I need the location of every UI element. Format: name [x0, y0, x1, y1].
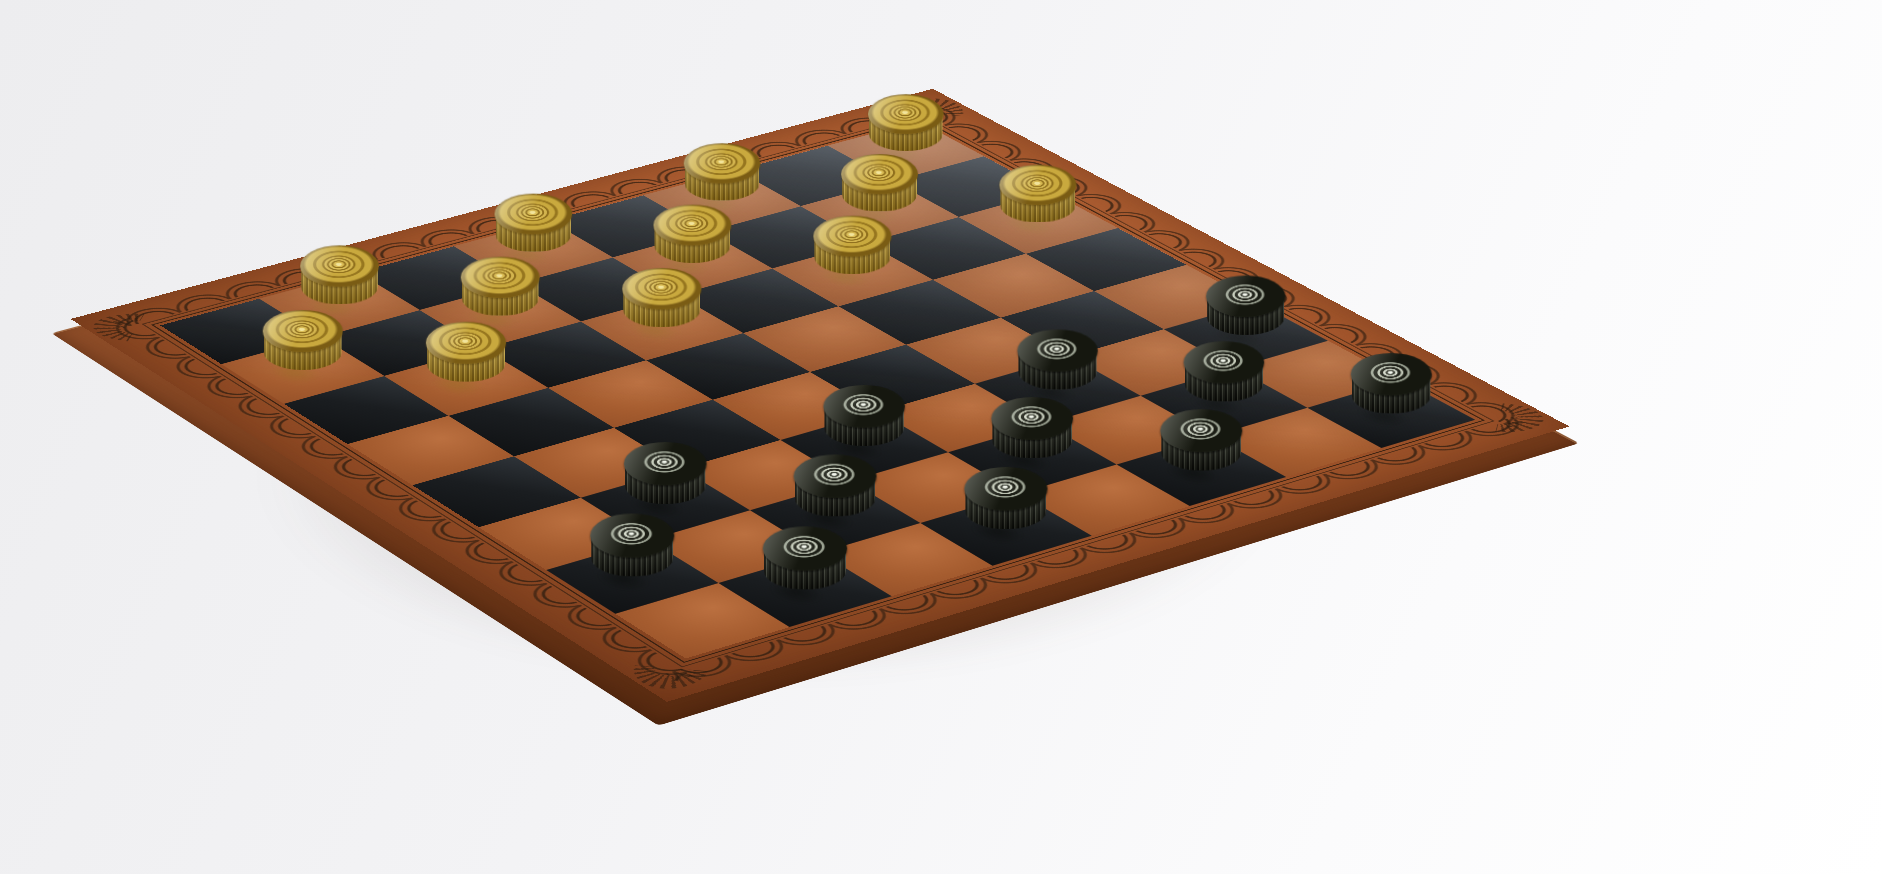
checker-top-rings	[624, 442, 707, 485]
checker-top-rings	[300, 245, 379, 286]
gold-checker[interactable]	[622, 268, 701, 327]
checker-top-rings	[763, 526, 847, 570]
dark-checker[interactable]	[1206, 276, 1285, 335]
checkers-board	[71, 89, 1570, 702]
gold-checker[interactable]	[495, 194, 573, 252]
checker-top-rings	[461, 257, 540, 298]
checker-top-rings	[263, 310, 343, 352]
dark-checker[interactable]	[823, 385, 904, 446]
photo-stage	[0, 0, 1882, 874]
dark-checker[interactable]	[763, 526, 847, 589]
checker-top-rings	[813, 216, 891, 257]
checker-top-rings	[794, 454, 877, 498]
dark-checker[interactable]	[964, 467, 1047, 529]
dark-checker[interactable]	[1184, 341, 1265, 401]
dark-checker[interactable]	[1160, 409, 1242, 470]
gold-checker[interactable]	[868, 94, 944, 151]
checker-top-rings	[1017, 329, 1097, 371]
dark-checker[interactable]	[590, 514, 674, 577]
gold-checker[interactable]	[300, 245, 379, 304]
checker-top-rings	[823, 385, 904, 428]
checker-top-rings	[1184, 341, 1265, 383]
gold-checker[interactable]	[684, 143, 761, 200]
checker-top-rings	[1351, 353, 1432, 395]
checker-top-rings	[868, 94, 944, 134]
gold-checker[interactable]	[263, 310, 343, 370]
square-r2f8[interactable]	[221, 337, 384, 404]
checker-top-rings	[991, 397, 1073, 440]
checker-top-rings	[495, 194, 573, 235]
checker-top-rings	[1206, 276, 1285, 318]
gold-checker[interactable]	[426, 322, 506, 382]
gold-checker[interactable]	[999, 165, 1076, 223]
checker-top-rings	[426, 322, 506, 364]
checker-top-rings	[590, 514, 674, 558]
checker-top-rings	[841, 154, 918, 194]
checker-top-rings	[622, 268, 701, 310]
gold-checker[interactable]	[813, 216, 891, 275]
checker-top-rings	[1160, 409, 1242, 452]
dark-checker[interactable]	[991, 397, 1073, 458]
gold-checker[interactable]	[461, 257, 540, 316]
dark-checker[interactable]	[794, 454, 877, 516]
board-scene	[71, 89, 1570, 702]
dark-checker[interactable]	[1017, 329, 1097, 389]
checker-top-rings	[684, 143, 761, 183]
gold-checker[interactable]	[654, 205, 732, 263]
dark-checker[interactable]	[1351, 353, 1432, 414]
checker-top-rings	[999, 165, 1076, 205]
dark-checker[interactable]	[624, 442, 707, 504]
corner-fan-icon	[1495, 403, 1547, 435]
gold-checker[interactable]	[841, 154, 918, 212]
checker-top-rings	[654, 205, 732, 246]
checker-top-rings	[964, 467, 1047, 511]
